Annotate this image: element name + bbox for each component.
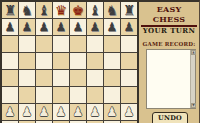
square-a1[interactable]: ♜ xyxy=(2,121,18,123)
square-h2[interactable]: ♟ xyxy=(121,104,137,120)
white-pawn[interactable]: ♟ xyxy=(70,104,86,120)
turn-status-text: YOUR TURN xyxy=(139,26,199,35)
game-record-box[interactable]: ▲ ▼ xyxy=(146,49,196,109)
square-c6[interactable] xyxy=(36,36,52,52)
square-f1[interactable]: ♝ xyxy=(87,121,103,123)
black-bishop[interactable]: ♝ xyxy=(87,2,103,18)
side-panel: EASY CHESS YOUR TURN GAME RECORD: ▲ ▼ UN… xyxy=(139,0,200,123)
record-scrollbar[interactable]: ▲ ▼ xyxy=(190,50,195,108)
square-e3[interactable] xyxy=(70,87,86,103)
black-pawn[interactable]: ♟ xyxy=(104,19,120,35)
square-b5[interactable] xyxy=(19,53,35,69)
black-bishop[interactable]: ♝ xyxy=(36,2,52,18)
black-pawn[interactable]: ♟ xyxy=(70,19,86,35)
square-c1[interactable]: ♝ xyxy=(36,121,52,123)
square-c5[interactable] xyxy=(36,53,52,69)
square-d8[interactable]: ♛ xyxy=(53,2,69,18)
square-h5[interactable] xyxy=(121,53,137,69)
square-f3[interactable] xyxy=(87,87,103,103)
black-pawn[interactable]: ♟ xyxy=(2,19,18,35)
square-d3[interactable] xyxy=(53,87,69,103)
square-d4[interactable] xyxy=(53,70,69,86)
black-queen[interactable]: ♛ xyxy=(53,2,69,18)
square-d2[interactable]: ♟ xyxy=(53,104,69,120)
square-g3[interactable] xyxy=(104,87,120,103)
square-g5[interactable] xyxy=(104,53,120,69)
square-b2[interactable]: ♟ xyxy=(19,104,35,120)
square-g1[interactable]: ♞ xyxy=(104,121,120,123)
square-g2[interactable]: ♟ xyxy=(104,104,120,120)
square-e7[interactable]: ♟ xyxy=(70,19,86,35)
square-b8[interactable]: ♞ xyxy=(19,2,35,18)
white-pawn[interactable]: ♟ xyxy=(87,104,103,120)
square-f5[interactable] xyxy=(87,53,103,69)
white-knight[interactable]: ♞ xyxy=(19,121,35,123)
square-c2[interactable]: ♟ xyxy=(36,104,52,120)
square-a6[interactable] xyxy=(2,36,18,52)
white-queen[interactable]: ♛ xyxy=(53,121,69,123)
square-a3[interactable] xyxy=(2,87,18,103)
square-f8[interactable]: ♝ xyxy=(87,2,103,18)
square-f7[interactable]: ♟ xyxy=(87,19,103,35)
scrollbar-up-arrow-icon[interactable]: ▲ xyxy=(191,50,196,55)
square-d5[interactable] xyxy=(53,53,69,69)
square-g4[interactable] xyxy=(104,70,120,86)
square-h6[interactable] xyxy=(121,36,137,52)
square-e6[interactable] xyxy=(70,36,86,52)
square-a4[interactable] xyxy=(2,70,18,86)
square-e2[interactable]: ♟ xyxy=(70,104,86,120)
square-e5[interactable] xyxy=(70,53,86,69)
square-g8[interactable]: ♞ xyxy=(104,2,120,18)
black-king[interactable]: ♚ xyxy=(70,2,86,18)
white-king[interactable]: ♚ xyxy=(70,121,86,123)
white-pawn[interactable]: ♟ xyxy=(53,104,69,120)
square-d7[interactable]: ♟ xyxy=(53,19,69,35)
black-pawn[interactable]: ♟ xyxy=(87,19,103,35)
chess-board: ♜♞♝♛♚♝♞♜♟♟♟♟♟♟♟♟♟♟♟♟♟♟♟♟♜♞♝♛♚♝♞♜ xyxy=(0,0,139,123)
undo-button[interactable]: UNDO xyxy=(152,112,188,123)
white-pawn[interactable]: ♟ xyxy=(2,104,18,120)
square-d1[interactable]: ♛ xyxy=(53,121,69,123)
game-title: EASY CHESS xyxy=(141,4,197,27)
scrollbar-down-arrow-icon[interactable]: ▼ xyxy=(191,103,196,108)
white-bishop[interactable]: ♝ xyxy=(36,121,52,123)
black-pawn[interactable]: ♟ xyxy=(19,19,35,35)
square-c3[interactable] xyxy=(36,87,52,103)
square-b6[interactable] xyxy=(19,36,35,52)
square-e8[interactable]: ♚ xyxy=(70,2,86,18)
square-e4[interactable] xyxy=(70,70,86,86)
white-pawn[interactable]: ♟ xyxy=(121,104,137,120)
square-e1[interactable]: ♚ xyxy=(70,121,86,123)
white-pawn[interactable]: ♟ xyxy=(104,104,120,120)
square-a8[interactable]: ♜ xyxy=(2,2,18,18)
square-a2[interactable]: ♟ xyxy=(2,104,18,120)
square-c4[interactable] xyxy=(36,70,52,86)
square-b7[interactable]: ♟ xyxy=(19,19,35,35)
square-b4[interactable] xyxy=(19,70,35,86)
square-f4[interactable] xyxy=(87,70,103,86)
white-pawn[interactable]: ♟ xyxy=(19,104,35,120)
white-pawn[interactable]: ♟ xyxy=(36,104,52,120)
black-pawn[interactable]: ♟ xyxy=(53,19,69,35)
square-a5[interactable] xyxy=(2,53,18,69)
square-f6[interactable] xyxy=(87,36,103,52)
white-rook[interactable]: ♜ xyxy=(2,121,18,123)
easy-chess-game-window: ♜♞♝♛♚♝♞♜♟♟♟♟♟♟♟♟♟♟♟♟♟♟♟♟♜♞♝♛♚♝♞♜ EASY CH… xyxy=(0,0,200,123)
square-g6[interactable] xyxy=(104,36,120,52)
game-record-text xyxy=(148,51,189,107)
black-knight[interactable]: ♞ xyxy=(19,2,35,18)
square-c8[interactable]: ♝ xyxy=(36,2,52,18)
black-knight[interactable]: ♞ xyxy=(104,2,120,18)
black-pawn[interactable]: ♟ xyxy=(36,19,52,35)
square-f2[interactable]: ♟ xyxy=(87,104,103,120)
white-knight[interactable]: ♞ xyxy=(104,121,120,123)
square-c7[interactable]: ♟ xyxy=(36,19,52,35)
black-rook[interactable]: ♜ xyxy=(121,2,137,18)
game-record-label: GAME RECORD: xyxy=(139,41,199,47)
white-bishop[interactable]: ♝ xyxy=(87,121,103,123)
square-d6[interactable] xyxy=(53,36,69,52)
square-h3[interactable] xyxy=(121,87,137,103)
square-h8[interactable]: ♜ xyxy=(121,2,137,18)
white-rook[interactable]: ♜ xyxy=(121,121,137,123)
square-b1[interactable]: ♞ xyxy=(19,121,35,123)
square-h4[interactable] xyxy=(121,70,137,86)
square-a7[interactable]: ♟ xyxy=(2,19,18,35)
square-h7[interactable]: ♟ xyxy=(121,19,137,35)
square-g7[interactable]: ♟ xyxy=(104,19,120,35)
black-pawn[interactable]: ♟ xyxy=(121,19,137,35)
black-rook[interactable]: ♜ xyxy=(2,2,18,18)
square-h1[interactable]: ♜ xyxy=(121,121,137,123)
square-b3[interactable] xyxy=(19,87,35,103)
